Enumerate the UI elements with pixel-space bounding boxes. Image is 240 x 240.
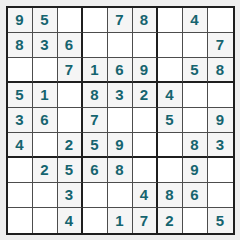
cell-r9c4[interactable] xyxy=(83,208,108,233)
cell-r9c9[interactable]: 5 xyxy=(208,208,233,233)
cell-r8c7[interactable]: 8 xyxy=(158,183,183,208)
cell-r5c9[interactable]: 9 xyxy=(208,108,233,133)
cell-r4c9[interactable] xyxy=(208,83,233,108)
cell-r7c7[interactable] xyxy=(158,158,183,183)
cell-r2c3[interactable]: 6 xyxy=(58,33,83,58)
cell-r9c5[interactable]: 1 xyxy=(108,208,133,233)
cell-r3c6[interactable]: 9 xyxy=(133,58,158,83)
cell-r6c7[interactable] xyxy=(158,133,183,158)
cell-r3c5[interactable]: 6 xyxy=(108,58,133,83)
cell-r4c4[interactable]: 8 xyxy=(83,83,108,108)
cell-r7c1[interactable] xyxy=(8,158,33,183)
sudoku-board: 9578483677169585183243675942598325689348… xyxy=(6,6,235,235)
cell-r1c4[interactable] xyxy=(83,8,108,33)
cell-r3c7[interactable] xyxy=(158,58,183,83)
cell-r5c6[interactable] xyxy=(133,108,158,133)
cell-r9c8[interactable] xyxy=(183,208,208,233)
cell-r2c1[interactable]: 8 xyxy=(8,33,33,58)
cell-r3c2[interactable] xyxy=(33,58,58,83)
cell-r6c8[interactable]: 8 xyxy=(183,133,208,158)
cell-r2c6[interactable] xyxy=(133,33,158,58)
cell-r3c9[interactable]: 8 xyxy=(208,58,233,83)
cell-r4c7[interactable]: 4 xyxy=(158,83,183,108)
cell-r5c4[interactable]: 7 xyxy=(83,108,108,133)
cell-r9c2[interactable] xyxy=(33,208,58,233)
cell-r5c1[interactable]: 3 xyxy=(8,108,33,133)
cell-r9c3[interactable]: 4 xyxy=(58,208,83,233)
cell-r5c5[interactable] xyxy=(108,108,133,133)
cell-r1c9[interactable] xyxy=(208,8,233,33)
cell-r1c6[interactable]: 8 xyxy=(133,8,158,33)
cell-r8c3[interactable]: 3 xyxy=(58,183,83,208)
cell-r7c4[interactable]: 6 xyxy=(83,158,108,183)
cell-r8c4[interactable] xyxy=(83,183,108,208)
cell-r3c1[interactable] xyxy=(8,58,33,83)
cell-r5c7[interactable]: 5 xyxy=(158,108,183,133)
cell-r3c4[interactable]: 1 xyxy=(83,58,108,83)
cell-r1c2[interactable]: 5 xyxy=(33,8,58,33)
cell-r5c3[interactable] xyxy=(58,108,83,133)
cell-r7c5[interactable]: 8 xyxy=(108,158,133,183)
cell-r4c2[interactable]: 1 xyxy=(33,83,58,108)
cell-r8c8[interactable]: 6 xyxy=(183,183,208,208)
cell-r2c2[interactable]: 3 xyxy=(33,33,58,58)
cell-r3c3[interactable]: 7 xyxy=(58,58,83,83)
cell-r8c5[interactable] xyxy=(108,183,133,208)
cell-r7c8[interactable]: 9 xyxy=(183,158,208,183)
cell-r7c3[interactable]: 5 xyxy=(58,158,83,183)
cell-r6c1[interactable]: 4 xyxy=(8,133,33,158)
cell-r1c3[interactable] xyxy=(58,8,83,33)
cell-r4c1[interactable]: 5 xyxy=(8,83,33,108)
cell-r6c2[interactable] xyxy=(33,133,58,158)
cell-r6c5[interactable]: 9 xyxy=(108,133,133,158)
cell-r1c1[interactable]: 9 xyxy=(8,8,33,33)
cell-r1c7[interactable] xyxy=(158,8,183,33)
cell-r5c2[interactable]: 6 xyxy=(33,108,58,133)
cell-r9c7[interactable]: 2 xyxy=(158,208,183,233)
cell-r4c5[interactable]: 3 xyxy=(108,83,133,108)
cell-r8c6[interactable]: 4 xyxy=(133,183,158,208)
cell-r4c8[interactable] xyxy=(183,83,208,108)
cell-r2c5[interactable] xyxy=(108,33,133,58)
cell-r2c8[interactable] xyxy=(183,33,208,58)
cell-r6c6[interactable] xyxy=(133,133,158,158)
cell-r4c6[interactable]: 2 xyxy=(133,83,158,108)
cell-r9c6[interactable]: 7 xyxy=(133,208,158,233)
cell-r8c9[interactable] xyxy=(208,183,233,208)
cell-r6c4[interactable]: 5 xyxy=(83,133,108,158)
cell-r7c2[interactable]: 2 xyxy=(33,158,58,183)
cell-r9c1[interactable] xyxy=(8,208,33,233)
cell-r2c7[interactable] xyxy=(158,33,183,58)
cell-r6c3[interactable]: 2 xyxy=(58,133,83,158)
cell-r5c8[interactable] xyxy=(183,108,208,133)
cell-r7c6[interactable] xyxy=(133,158,158,183)
cell-r8c2[interactable] xyxy=(33,183,58,208)
cell-r1c8[interactable]: 4 xyxy=(183,8,208,33)
cell-r2c4[interactable] xyxy=(83,33,108,58)
cell-r2c9[interactable]: 7 xyxy=(208,33,233,58)
cell-r7c9[interactable] xyxy=(208,158,233,183)
cell-r8c1[interactable] xyxy=(8,183,33,208)
cell-r1c5[interactable]: 7 xyxy=(108,8,133,33)
cell-r6c9[interactable]: 3 xyxy=(208,133,233,158)
cell-r3c8[interactable]: 5 xyxy=(183,58,208,83)
cell-r4c3[interactable] xyxy=(58,83,83,108)
